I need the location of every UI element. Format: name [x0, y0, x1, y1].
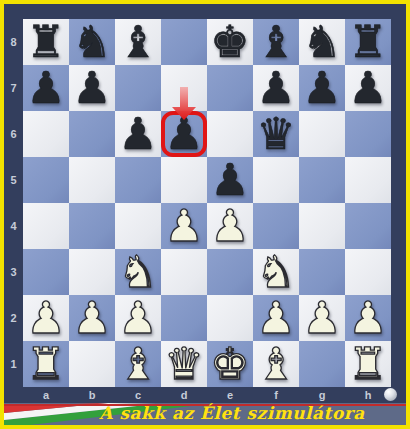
- piece-black-pawn[interactable]: ♟: [253, 65, 299, 111]
- piece-black-pawn[interactable]: ♟: [115, 111, 161, 157]
- piece-white-pawn[interactable]: ♟: [161, 203, 207, 249]
- square-d4[interactable]: ♟: [161, 203, 207, 249]
- square-c6[interactable]: ♟: [115, 111, 161, 157]
- piece-black-pawn[interactable]: ♟: [69, 65, 115, 111]
- square-a4[interactable]: [23, 203, 69, 249]
- square-d5[interactable]: [161, 157, 207, 203]
- piece-black-bishop[interactable]: ♝: [253, 19, 299, 65]
- chess-board: ♜♞♝♚♝♞♜♟♟♟♟♟♟♟♛♟♟♟♞♞♟♟♟♟♟♟♜♝♛♚♝♜: [23, 19, 391, 387]
- square-c3[interactable]: ♞: [115, 249, 161, 295]
- piece-white-pawn[interactable]: ♟: [207, 203, 253, 249]
- file-label-g: g: [299, 387, 345, 403]
- piece-white-rook[interactable]: ♜: [23, 341, 69, 387]
- piece-black-queen[interactable]: ♛: [253, 111, 299, 157]
- square-e2[interactable]: [207, 295, 253, 341]
- square-d8[interactable]: [161, 19, 207, 65]
- piece-black-king[interactable]: ♚: [207, 19, 253, 65]
- square-h8[interactable]: ♜: [345, 19, 391, 65]
- square-g7[interactable]: ♟: [299, 65, 345, 111]
- rank-label-1: 1: [4, 341, 23, 387]
- piece-black-pawn[interactable]: ♟: [299, 65, 345, 111]
- piece-black-knight[interactable]: ♞: [299, 19, 345, 65]
- piece-white-pawn[interactable]: ♟: [345, 295, 391, 341]
- square-a8[interactable]: ♜: [23, 19, 69, 65]
- square-c2[interactable]: ♟: [115, 295, 161, 341]
- piece-white-queen[interactable]: ♛: [161, 341, 207, 387]
- piece-white-knight[interactable]: ♞: [253, 249, 299, 295]
- square-c1[interactable]: ♝: [115, 341, 161, 387]
- square-f4[interactable]: [253, 203, 299, 249]
- square-d1[interactable]: ♛: [161, 341, 207, 387]
- piece-white-pawn[interactable]: ♟: [23, 295, 69, 341]
- piece-white-pawn[interactable]: ♟: [69, 295, 115, 341]
- rank-label-2: 2: [4, 295, 23, 341]
- file-label-a: a: [23, 387, 69, 403]
- piece-white-pawn[interactable]: ♟: [253, 295, 299, 341]
- square-f7[interactable]: ♟: [253, 65, 299, 111]
- square-b4[interactable]: [69, 203, 115, 249]
- square-h3[interactable]: [345, 249, 391, 295]
- white-to-move-indicator: [384, 388, 397, 401]
- square-b8[interactable]: ♞: [69, 19, 115, 65]
- piece-black-knight[interactable]: ♞: [69, 19, 115, 65]
- rank-label-6: 6: [4, 111, 23, 157]
- piece-black-bishop[interactable]: ♝: [115, 19, 161, 65]
- square-b7[interactable]: ♟: [69, 65, 115, 111]
- rank-labels: 87654321: [4, 19, 23, 387]
- rank-label-4: 4: [4, 203, 23, 249]
- square-h6[interactable]: [345, 111, 391, 157]
- piece-white-pawn[interactable]: ♟: [299, 295, 345, 341]
- square-e1[interactable]: ♚: [207, 341, 253, 387]
- square-b6[interactable]: [69, 111, 115, 157]
- square-g2[interactable]: ♟: [299, 295, 345, 341]
- piece-black-pawn[interactable]: ♟: [207, 157, 253, 203]
- square-e7[interactable]: [207, 65, 253, 111]
- square-e3[interactable]: [207, 249, 253, 295]
- rank-label-5: 5: [4, 157, 23, 203]
- square-h2[interactable]: ♟: [345, 295, 391, 341]
- square-h4[interactable]: [345, 203, 391, 249]
- square-e6[interactable]: [207, 111, 253, 157]
- file-label-f: f: [253, 387, 299, 403]
- piece-white-pawn[interactable]: ♟: [115, 295, 161, 341]
- file-labels: abcdefgh: [23, 387, 391, 403]
- piece-black-pawn[interactable]: ♟: [345, 65, 391, 111]
- square-c7[interactable]: [115, 65, 161, 111]
- square-g3[interactable]: [299, 249, 345, 295]
- square-a5[interactable]: [23, 157, 69, 203]
- square-f2[interactable]: ♟: [253, 295, 299, 341]
- square-d6[interactable]: ♟: [161, 111, 207, 157]
- square-a1[interactable]: ♜: [23, 341, 69, 387]
- rank-label-7: 7: [4, 65, 23, 111]
- square-c4[interactable]: [115, 203, 161, 249]
- square-g4[interactable]: [299, 203, 345, 249]
- piece-black-pawn[interactable]: ♟: [23, 65, 69, 111]
- piece-white-bishop[interactable]: ♝: [253, 341, 299, 387]
- square-f8[interactable]: ♝: [253, 19, 299, 65]
- file-label-b: b: [69, 387, 115, 403]
- square-h5[interactable]: [345, 157, 391, 203]
- file-label-c: c: [115, 387, 161, 403]
- square-g8[interactable]: ♞: [299, 19, 345, 65]
- piece-black-rook[interactable]: ♜: [345, 19, 391, 65]
- square-b2[interactable]: ♟: [69, 295, 115, 341]
- piece-black-rook[interactable]: ♜: [23, 19, 69, 65]
- square-a2[interactable]: ♟: [23, 295, 69, 341]
- board-frame: 87654321 ♜♞♝♚♝♞♜♟♟♟♟♟♟♟♛♟♟♟♞♞♟♟♟♟♟♟♜♝♛♚♝…: [4, 4, 406, 425]
- square-f3[interactable]: ♞: [253, 249, 299, 295]
- piece-white-knight[interactable]: ♞: [115, 249, 161, 295]
- square-a6[interactable]: [23, 111, 69, 157]
- motto-text: A sakk az Élet szimulátora: [66, 403, 398, 425]
- piece-white-king[interactable]: ♚: [207, 341, 253, 387]
- square-h1[interactable]: ♜: [345, 341, 391, 387]
- square-a3[interactable]: [23, 249, 69, 295]
- square-e5[interactable]: ♟: [207, 157, 253, 203]
- square-a7[interactable]: ♟: [23, 65, 69, 111]
- chess-diagram-window: 87654321 ♜♞♝♚♝♞♜♟♟♟♟♟♟♟♛♟♟♟♞♞♟♟♟♟♟♟♜♝♛♚♝…: [0, 0, 410, 429]
- square-f6[interactable]: ♛: [253, 111, 299, 157]
- file-label-e: e: [207, 387, 253, 403]
- footer-bar: A sakk az Élet szimulátora: [4, 403, 406, 425]
- file-label-d: d: [161, 387, 207, 403]
- square-c8[interactable]: ♝: [115, 19, 161, 65]
- square-g6[interactable]: [299, 111, 345, 157]
- square-f1[interactable]: ♝: [253, 341, 299, 387]
- square-c5[interactable]: [115, 157, 161, 203]
- square-d3[interactable]: [161, 249, 207, 295]
- piece-white-bishop[interactable]: ♝: [115, 341, 161, 387]
- piece-black-pawn[interactable]: ♟: [161, 111, 207, 157]
- square-e8[interactable]: ♚: [207, 19, 253, 65]
- rank-label-8: 8: [4, 19, 23, 65]
- square-b5[interactable]: [69, 157, 115, 203]
- square-h7[interactable]: ♟: [345, 65, 391, 111]
- piece-white-rook[interactable]: ♜: [345, 341, 391, 387]
- square-g1[interactable]: [299, 341, 345, 387]
- square-b1[interactable]: [69, 341, 115, 387]
- square-d2[interactable]: [161, 295, 207, 341]
- square-f5[interactable]: [253, 157, 299, 203]
- square-d7[interactable]: [161, 65, 207, 111]
- rank-label-3: 3: [4, 249, 23, 295]
- square-e4[interactable]: ♟: [207, 203, 253, 249]
- square-b3[interactable]: [69, 249, 115, 295]
- square-g5[interactable]: [299, 157, 345, 203]
